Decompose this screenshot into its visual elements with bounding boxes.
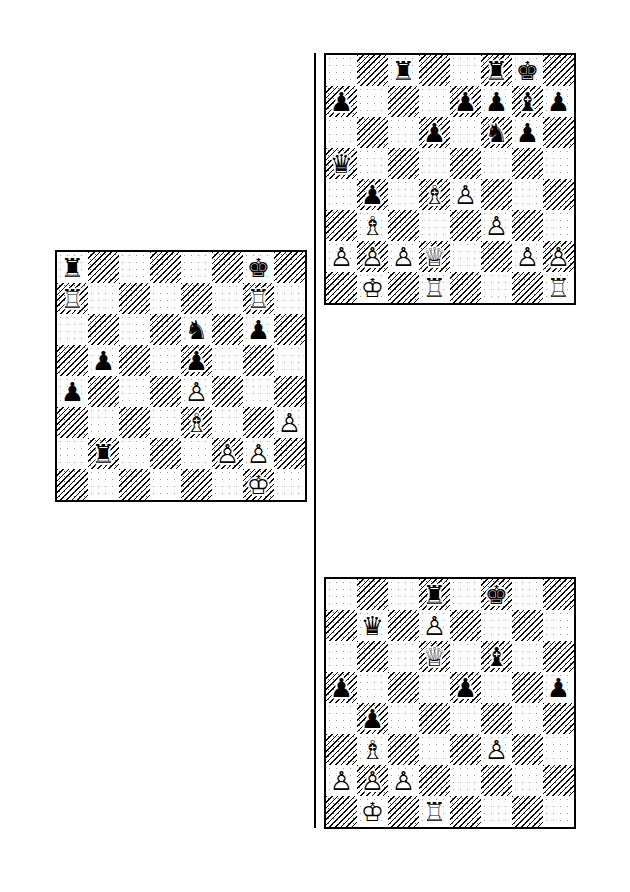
square-e1 [450,272,481,303]
white-pawn: ♟♙ [543,241,574,272]
square-g2: ♟♙ [512,241,543,272]
square-a4 [326,179,357,210]
square-f4 [481,703,512,734]
white-pawn: ♟♙ [481,210,512,241]
black-knight: ♞♞ [181,314,212,345]
square-d3 [419,734,450,765]
white-pawn: ♟♙ [388,241,419,272]
square-b5 [357,672,388,703]
square-a1 [326,796,357,827]
square-a7: ♟♟ [326,86,357,117]
square-e2 [181,438,212,469]
white-pawn: ♟♙ [274,407,305,438]
square-b3 [88,407,119,438]
square-g8: ♚♚ [512,55,543,86]
square-a7 [326,610,357,641]
square-f2 [481,765,512,796]
black-pawn: ♟♟ [543,86,574,117]
white-pawn: ♟♙ [419,610,450,641]
black-queen: ♛♛ [326,148,357,179]
square-c1 [388,272,419,303]
square-g2: ♟♙ [243,438,274,469]
square-b2: ♟♙ [357,241,388,272]
square-d5 [419,672,450,703]
black-rook: ♜♜ [388,55,419,86]
square-f6: ♝♝ [481,641,512,672]
black-king: ♚♚ [481,579,512,610]
square-d1 [150,469,181,500]
square-h4 [543,179,574,210]
square-e5: ♟♟ [181,345,212,376]
black-pawn: ♟♟ [357,179,388,210]
square-a8 [326,55,357,86]
square-f2: ♟♙ [212,438,243,469]
square-c5 [119,345,150,376]
square-d8 [419,55,450,86]
square-b3: ♝♗ [357,734,388,765]
square-d2 [419,765,450,796]
chess-diagram-bottom-right: ♜♜♚♚♛♛♟♙♛♕♝♝♟♟♟♟♟♟♟♟♝♗♟♙♟♙♟♙♟♙♚♔♜♖ [324,577,576,829]
square-h1: ♜♖ [543,272,574,303]
square-c2: ♟♙ [388,241,419,272]
black-rook: ♜♜ [88,438,119,469]
square-h7: ♟♟ [543,86,574,117]
square-c8 [119,252,150,283]
square-h6 [543,117,574,148]
square-h6 [543,641,574,672]
square-a6 [326,641,357,672]
square-b2: ♟♙ [357,765,388,796]
square-f5 [481,148,512,179]
square-h1 [274,469,305,500]
square-c6 [388,117,419,148]
black-pawn: ♟♟ [326,86,357,117]
square-c8 [388,579,419,610]
square-d2 [150,438,181,469]
square-f3 [212,407,243,438]
square-a6 [57,314,88,345]
square-h5 [274,345,305,376]
square-b7: ♛♛ [357,610,388,641]
square-e3: ♝♗ [181,407,212,438]
square-h3: ♟♙ [274,407,305,438]
square-d8: ♜♜ [419,579,450,610]
square-b1: ♚♔ [357,272,388,303]
square-h4 [543,703,574,734]
square-d2: ♛♕ [419,241,450,272]
square-d6 [150,314,181,345]
square-h7 [543,610,574,641]
white-pawn: ♟♙ [326,241,357,272]
square-d5 [419,148,450,179]
square-g3 [512,734,543,765]
square-f1 [481,796,512,827]
square-a4 [326,703,357,734]
square-h8 [543,55,574,86]
square-b1 [88,469,119,500]
square-f6: ♞♞ [481,117,512,148]
white-king: ♚♔ [357,796,388,827]
white-pawn: ♟♙ [481,734,512,765]
square-h2 [543,765,574,796]
square-b8 [357,579,388,610]
black-rook: ♜♜ [481,55,512,86]
square-e8 [450,579,481,610]
square-a2 [57,438,88,469]
black-queen: ♛♛ [357,610,388,641]
square-g5 [512,148,543,179]
square-d6: ♛♕ [419,641,450,672]
square-g8: ♚♚ [243,252,274,283]
square-f3: ♟♙ [481,734,512,765]
square-c4 [388,179,419,210]
square-h8 [543,579,574,610]
white-bishop: ♝♗ [181,407,212,438]
square-c3 [388,734,419,765]
square-b6 [88,314,119,345]
square-b4 [88,376,119,407]
black-rook: ♜♜ [57,252,88,283]
square-f8 [212,252,243,283]
square-a8: ♜♜ [57,252,88,283]
black-pawn: ♟♟ [419,117,450,148]
square-f7 [212,283,243,314]
square-c1 [119,469,150,500]
square-b5 [357,148,388,179]
square-g4 [512,703,543,734]
square-f7 [481,610,512,641]
square-g7: ♜♖ [243,283,274,314]
white-pawn: ♟♙ [450,179,481,210]
square-e6 [450,641,481,672]
square-d3 [419,210,450,241]
square-g5 [512,672,543,703]
square-b5: ♟♟ [88,345,119,376]
square-f7: ♟♟ [481,86,512,117]
white-rook: ♜♖ [543,272,574,303]
square-g5 [243,345,274,376]
square-b2: ♜♜ [88,438,119,469]
square-h3 [543,210,574,241]
square-e7: ♟♟ [450,86,481,117]
square-d4 [150,376,181,407]
square-d3 [150,407,181,438]
square-e8 [181,252,212,283]
square-a7: ♜♖ [57,283,88,314]
square-f8: ♚♚ [481,579,512,610]
white-king: ♚♔ [243,469,274,500]
square-b4: ♟♟ [357,703,388,734]
square-a1 [57,469,88,500]
square-g3 [512,210,543,241]
square-f5 [212,345,243,376]
square-a5: ♟♟ [326,672,357,703]
white-queen: ♛♕ [419,641,450,672]
square-e1 [450,796,481,827]
square-e6 [450,117,481,148]
square-a2: ♟♙ [326,765,357,796]
chess-diagram-left: ♜♜♚♚♜♖♜♖♞♞♟♟♟♟♟♟♟♟♟♙♝♗♟♙♜♜♟♙♟♙♚♔ [55,250,307,502]
square-e1 [181,469,212,500]
square-e4: ♟♙ [181,376,212,407]
square-h2: ♟♙ [543,241,574,272]
square-d7 [419,86,450,117]
square-d4: ♝♗ [419,179,450,210]
white-pawn: ♟♙ [512,241,543,272]
square-c3 [388,210,419,241]
black-bishop: ♝♝ [481,641,512,672]
square-d7: ♟♙ [419,610,450,641]
square-c4 [388,703,419,734]
square-c7 [388,86,419,117]
black-pawn: ♟♟ [481,86,512,117]
black-pawn: ♟♟ [450,86,481,117]
square-a5 [57,345,88,376]
square-c6 [119,314,150,345]
square-e7 [450,610,481,641]
square-b3: ♝♗ [357,210,388,241]
square-d1: ♜♖ [419,272,450,303]
square-f6 [212,314,243,345]
white-bishop: ♝♗ [357,210,388,241]
square-f2 [481,241,512,272]
square-e3 [450,734,481,765]
black-bishop: ♝♝ [512,86,543,117]
white-rook: ♜♖ [243,283,274,314]
square-a5: ♛♛ [326,148,357,179]
square-b7 [88,283,119,314]
square-e6: ♞♞ [181,314,212,345]
white-rook: ♜♖ [419,796,450,827]
square-d8 [150,252,181,283]
square-c2 [119,438,150,469]
square-a3 [57,407,88,438]
square-f1 [481,272,512,303]
square-c1 [388,796,419,827]
square-c4 [119,376,150,407]
square-b4: ♟♟ [357,179,388,210]
square-b6 [357,641,388,672]
black-pawn: ♟♟ [181,345,212,376]
square-c5 [388,672,419,703]
square-h2 [274,438,305,469]
square-e2 [450,765,481,796]
white-pawn: ♟♙ [243,438,274,469]
square-g4 [243,376,274,407]
square-h7 [274,283,305,314]
square-a6 [326,117,357,148]
square-d1: ♜♖ [419,796,450,827]
square-c3 [119,407,150,438]
square-g7 [512,610,543,641]
square-g6: ♟♟ [243,314,274,345]
white-bishop: ♝♗ [419,179,450,210]
black-knight: ♞♞ [481,117,512,148]
square-e4: ♟♙ [450,179,481,210]
black-king: ♚♚ [512,55,543,86]
square-g2 [512,765,543,796]
square-a2: ♟♙ [326,241,357,272]
square-g1: ♚♔ [243,469,274,500]
square-h3 [543,734,574,765]
square-b8 [88,252,119,283]
square-g7: ♝♝ [512,86,543,117]
square-g6 [512,641,543,672]
square-h5 [543,148,574,179]
square-g6: ♟♟ [512,117,543,148]
white-pawn: ♟♙ [212,438,243,469]
square-c5 [388,148,419,179]
square-h8 [274,252,305,283]
square-g1 [512,272,543,303]
square-a3 [326,210,357,241]
square-e5: ♟♟ [450,672,481,703]
square-b1: ♚♔ [357,796,388,827]
square-a4: ♟♟ [57,376,88,407]
square-c6 [388,641,419,672]
square-g4 [512,179,543,210]
white-rook: ♜♖ [57,283,88,314]
square-h6 [274,314,305,345]
column-divider-line [314,53,316,828]
black-pawn: ♟♟ [357,703,388,734]
black-rook: ♜♜ [419,579,450,610]
square-c8: ♜♜ [388,55,419,86]
square-g8 [512,579,543,610]
black-pawn: ♟♟ [512,117,543,148]
white-pawn: ♟♙ [326,765,357,796]
black-king: ♚♚ [243,252,274,283]
chess-diagram-top-right: ♜♜♜♜♚♚♟♟♟♟♟♟♝♝♟♟♟♟♞♞♟♟♛♛♟♟♝♗♟♙♝♗♟♙♟♙♟♙♟♙… [324,53,576,305]
square-d7 [150,283,181,314]
square-h4 [274,376,305,407]
square-f8: ♜♜ [481,55,512,86]
black-pawn: ♟♟ [326,672,357,703]
white-queen: ♛♕ [419,241,450,272]
white-pawn: ♟♙ [357,765,388,796]
white-bishop: ♝♗ [357,734,388,765]
square-g3 [243,407,274,438]
white-pawn: ♟♙ [181,376,212,407]
square-d4 [419,703,450,734]
square-b7 [357,86,388,117]
black-pawn: ♟♟ [57,376,88,407]
square-a1 [326,272,357,303]
square-e3 [450,210,481,241]
square-d5 [150,345,181,376]
square-e8 [450,55,481,86]
square-a3 [326,734,357,765]
square-f4 [212,376,243,407]
square-c7 [388,610,419,641]
square-c2: ♟♙ [388,765,419,796]
white-pawn: ♟♙ [388,765,419,796]
square-d6: ♟♟ [419,117,450,148]
square-e4 [450,703,481,734]
square-b6 [357,117,388,148]
square-f3: ♟♙ [481,210,512,241]
square-c7 [119,283,150,314]
square-e5 [450,148,481,179]
white-king: ♚♔ [357,272,388,303]
square-g1 [512,796,543,827]
square-f1 [212,469,243,500]
black-pawn: ♟♟ [88,345,119,376]
square-h1 [543,796,574,827]
square-e7 [181,283,212,314]
black-pawn: ♟♟ [543,672,574,703]
square-h5: ♟♟ [543,672,574,703]
white-rook: ♜♖ [419,272,450,303]
square-b8 [357,55,388,86]
black-pawn: ♟♟ [243,314,274,345]
square-f4 [481,179,512,210]
square-a8 [326,579,357,610]
square-e2 [450,241,481,272]
black-pawn: ♟♟ [450,672,481,703]
white-pawn: ♟♙ [357,241,388,272]
square-f5 [481,672,512,703]
